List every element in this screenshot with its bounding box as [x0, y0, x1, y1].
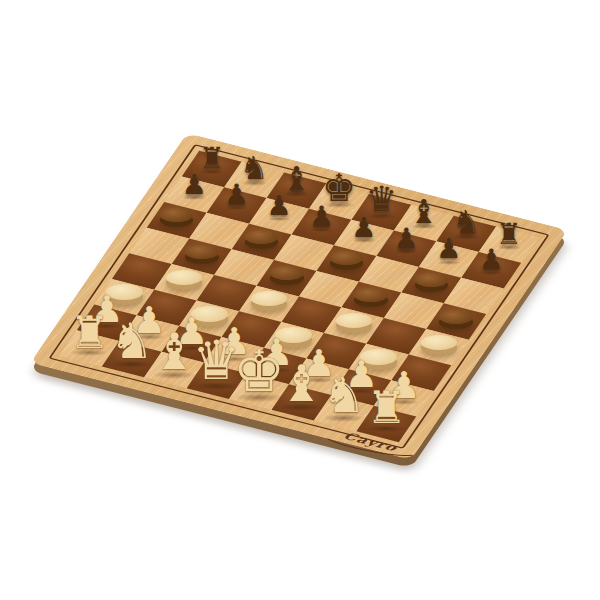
product-photo-scene: Cayro ♜♞♝♚♛♝♞♜♟♟♟♟♟♟♟♟♟♟♟♟♟♟♟♟♜♞♝♛♚♝♞♜	[0, 0, 600, 600]
game-board: Cayro	[30, 133, 568, 460]
